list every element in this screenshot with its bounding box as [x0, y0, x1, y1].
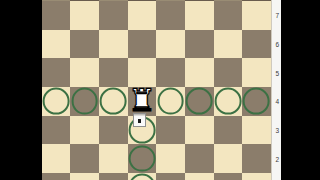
cursor-box-dot-icon — [138, 119, 142, 123]
square-h5[interactable] — [242, 58, 271, 87]
square-e5[interactable] — [156, 58, 185, 87]
square-f2[interactable] — [185, 144, 214, 173]
move-hint-circle-h4[interactable] — [243, 88, 270, 115]
square-a7[interactable] — [42, 1, 71, 30]
square-f4[interactable] — [185, 87, 214, 116]
square-h3[interactable] — [242, 116, 271, 145]
square-e1[interactable] — [156, 173, 185, 180]
square-c1[interactable] — [99, 173, 128, 180]
square-a6[interactable] — [42, 30, 71, 59]
rank-label-7: 7 — [272, 12, 283, 19]
square-d6[interactable] — [128, 30, 157, 59]
square-b4[interactable] — [70, 87, 99, 116]
square-e4[interactable] — [156, 87, 185, 116]
square-g3[interactable] — [214, 116, 243, 145]
square-g1[interactable] — [214, 173, 243, 180]
square-g4[interactable] — [214, 87, 243, 116]
square-h7[interactable] — [242, 1, 271, 30]
square-d1[interactable] — [128, 173, 157, 180]
board-top-edge-line — [42, 0, 271, 1]
rank-label-4: 4 — [272, 98, 283, 105]
square-b3[interactable] — [70, 116, 99, 145]
move-hint-circle-d2[interactable] — [129, 145, 156, 172]
square-b7[interactable] — [70, 1, 99, 30]
chess-board: ♜ — [42, 0, 271, 180]
square-d4[interactable]: ♜ — [128, 87, 157, 116]
square-c7[interactable] — [99, 1, 128, 30]
square-d7[interactable] — [128, 1, 157, 30]
square-a5[interactable] — [42, 58, 71, 87]
square-f5[interactable] — [185, 58, 214, 87]
square-g2[interactable] — [214, 144, 243, 173]
move-hint-circle-a4[interactable] — [43, 88, 70, 115]
square-b1[interactable] — [70, 173, 99, 180]
white-rook[interactable]: ♜ — [128, 86, 156, 114]
square-h6[interactable] — [242, 30, 271, 59]
square-c2[interactable] — [99, 144, 128, 173]
square-g6[interactable] — [214, 30, 243, 59]
video-frame: ♜ 765432 — [0, 0, 320, 180]
square-f1[interactable] — [185, 173, 214, 180]
square-e6[interactable] — [156, 30, 185, 59]
square-e3[interactable] — [156, 116, 185, 145]
square-b6[interactable] — [70, 30, 99, 59]
rank-label-3: 3 — [272, 126, 283, 133]
square-c4[interactable] — [99, 87, 128, 116]
move-hint-circle-c4[interactable] — [100, 88, 127, 115]
rank-label-2: 2 — [272, 155, 283, 162]
square-h2[interactable] — [242, 144, 271, 173]
square-c6[interactable] — [99, 30, 128, 59]
square-d2[interactable] — [128, 144, 157, 173]
rank-label-6: 6 — [272, 40, 283, 47]
square-a3[interactable] — [42, 116, 71, 145]
cursor-box-icon — [133, 113, 147, 127]
square-e2[interactable] — [156, 144, 185, 173]
square-f7[interactable] — [185, 1, 214, 30]
square-c5[interactable] — [99, 58, 128, 87]
rank-labels-strip: 765432 — [271, 0, 282, 180]
square-f6[interactable] — [185, 30, 214, 59]
move-hint-circle-d1[interactable] — [129, 174, 156, 180]
move-hint-circle-g4[interactable] — [214, 88, 241, 115]
square-g5[interactable] — [214, 58, 243, 87]
square-h1[interactable] — [242, 173, 271, 180]
move-hint-circle-b4[interactable] — [71, 88, 98, 115]
square-h4[interactable] — [242, 87, 271, 116]
square-b5[interactable] — [70, 58, 99, 87]
move-hint-circle-e4[interactable] — [157, 88, 184, 115]
rank-label-5: 5 — [272, 69, 283, 76]
square-a1[interactable] — [42, 173, 71, 180]
square-e7[interactable] — [156, 1, 185, 30]
square-a4[interactable] — [42, 87, 71, 116]
square-a2[interactable] — [42, 144, 71, 173]
square-g7[interactable] — [214, 1, 243, 30]
move-hint-circle-f4[interactable] — [186, 88, 213, 115]
square-b2[interactable] — [70, 144, 99, 173]
square-c3[interactable] — [99, 116, 128, 145]
square-f3[interactable] — [185, 116, 214, 145]
